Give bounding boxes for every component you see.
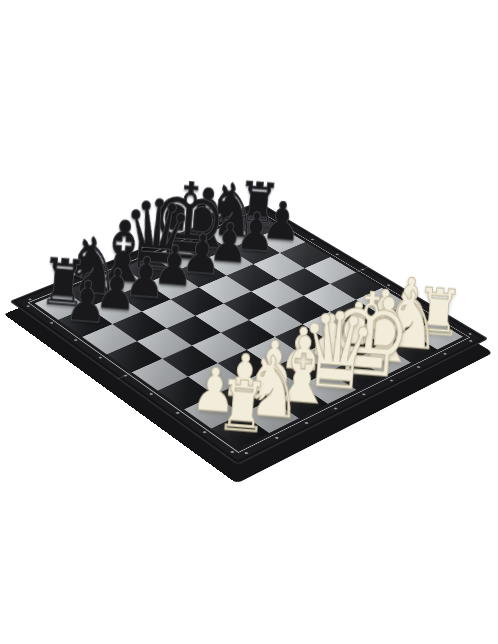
chess-set-photo: ♜♞♝♛♚♝♞♜♟♟♟♟♟♟♟♟♟♟♟♟♟♟♟♟♜♞♝♛♚♝♞♜ <box>0 0 498 644</box>
piece-white-rook-a1[interactable]: ♜ <box>206 369 279 444</box>
piece-black-pawn-a7[interactable]: ♟ <box>53 271 120 332</box>
board-scene: ♜♞♝♛♚♝♞♜♟♟♟♟♟♟♟♟♟♟♟♟♟♟♟♟♜♞♝♛♚♝♞♜ <box>66 137 432 503</box>
chess-board: ♜♞♝♛♚♝♞♜♟♟♟♟♟♟♟♟♟♟♟♟♟♟♟♟♜♞♝♛♚♝♞♜ <box>9 201 488 465</box>
piece-layer: ♜♞♝♛♚♝♞♜♟♟♟♟♟♟♟♟♟♟♟♟♟♟♟♟♜♞♝♛♚♝♞♜ <box>9 201 488 465</box>
